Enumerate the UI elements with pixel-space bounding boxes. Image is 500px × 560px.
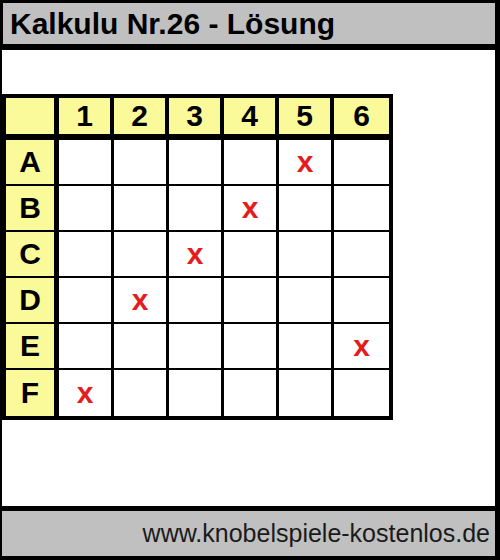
cell-B2[interactable] <box>114 186 169 232</box>
cell-F6[interactable] <box>334 370 389 416</box>
cell-C5[interactable] <box>279 232 334 278</box>
page: Kalkulu Nr.26 - Lösung 123456AxBxCxDxExF… <box>0 0 500 560</box>
row-header-A: A <box>6 140 59 186</box>
cell-C2[interactable] <box>114 232 169 278</box>
cell-D6[interactable] <box>334 278 389 324</box>
cell-A6[interactable] <box>334 140 389 186</box>
cell-B1[interactable] <box>59 186 114 232</box>
col-header-2: 2 <box>114 98 169 140</box>
cell-B3[interactable] <box>169 186 224 232</box>
content-area: 123456AxBxCxDxExFx <box>0 50 500 506</box>
corner-cell <box>6 98 59 140</box>
cell-F1[interactable]: x <box>59 370 114 416</box>
cell-A2[interactable] <box>114 140 169 186</box>
cell-F5[interactable] <box>279 370 334 416</box>
cell-E3[interactable] <box>169 324 224 370</box>
puzzle-grid: 123456AxBxCxDxExFx <box>2 94 393 420</box>
title-bar: Kalkulu Nr.26 - Lösung <box>0 0 500 50</box>
cell-D5[interactable] <box>279 278 334 324</box>
col-header-4: 4 <box>224 98 279 140</box>
cell-E6[interactable]: x <box>334 324 389 370</box>
footer-bar: www.knobelspiele-kostenlos.de <box>0 506 500 560</box>
cell-D4[interactable] <box>224 278 279 324</box>
cell-F2[interactable] <box>114 370 169 416</box>
footer-link[interactable]: www.knobelspiele-kostenlos.de <box>143 519 490 548</box>
col-header-6: 6 <box>334 98 389 140</box>
cell-F3[interactable] <box>169 370 224 416</box>
cell-B5[interactable] <box>279 186 334 232</box>
col-header-5: 5 <box>279 98 334 140</box>
cell-E2[interactable] <box>114 324 169 370</box>
col-header-3: 3 <box>169 98 224 140</box>
cell-D3[interactable] <box>169 278 224 324</box>
cell-E5[interactable] <box>279 324 334 370</box>
row-header-B: B <box>6 186 59 232</box>
cell-D2[interactable]: x <box>114 278 169 324</box>
cell-A4[interactable] <box>224 140 279 186</box>
cell-F4[interactable] <box>224 370 279 416</box>
cell-A3[interactable] <box>169 140 224 186</box>
row-header-C: C <box>6 232 59 278</box>
col-header-1: 1 <box>59 98 114 140</box>
cell-E1[interactable] <box>59 324 114 370</box>
cell-C3[interactable]: x <box>169 232 224 278</box>
cell-C6[interactable] <box>334 232 389 278</box>
page-title: Kalkulu Nr.26 - Lösung <box>10 7 335 41</box>
row-header-D: D <box>6 278 59 324</box>
cell-C1[interactable] <box>59 232 114 278</box>
cell-B4[interactable]: x <box>224 186 279 232</box>
row-header-E: E <box>6 324 59 370</box>
cell-A5[interactable]: x <box>279 140 334 186</box>
cell-A1[interactable] <box>59 140 114 186</box>
cell-D1[interactable] <box>59 278 114 324</box>
cell-B6[interactable] <box>334 186 389 232</box>
cell-E4[interactable] <box>224 324 279 370</box>
row-header-F: F <box>6 370 59 416</box>
cell-C4[interactable] <box>224 232 279 278</box>
